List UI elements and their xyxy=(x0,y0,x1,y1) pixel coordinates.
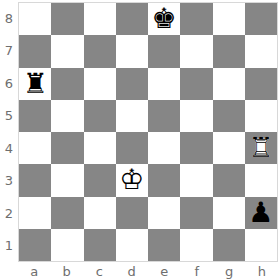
square-b5[interactable] xyxy=(51,100,83,132)
file-label-h: h xyxy=(246,262,279,280)
square-a5[interactable] xyxy=(19,100,51,132)
square-f8[interactable] xyxy=(180,3,212,35)
piece-glyph: ♟ xyxy=(248,196,273,229)
square-e3[interactable] xyxy=(148,164,180,196)
rank-label-3: 3 xyxy=(0,165,18,198)
square-c5[interactable] xyxy=(84,100,116,132)
square-a1[interactable] xyxy=(19,229,51,261)
square-h4[interactable]: ♜♖ xyxy=(245,132,277,164)
rank-label-1: 1 xyxy=(0,230,18,263)
square-d3[interactable]: ♚♔ xyxy=(116,164,148,196)
file-label-e: e xyxy=(148,262,181,280)
rank-label-4: 4 xyxy=(0,132,18,165)
square-b4[interactable] xyxy=(51,132,83,164)
piece-black-king: ♚ xyxy=(152,5,177,33)
file-label-c: c xyxy=(83,262,116,280)
square-a6[interactable]: ♜ xyxy=(19,68,51,100)
file-label-g: g xyxy=(213,262,246,280)
square-g6[interactable] xyxy=(213,68,245,100)
file-label-a: a xyxy=(18,262,51,280)
square-a4[interactable] xyxy=(19,132,51,164)
square-f7[interactable] xyxy=(180,35,212,67)
square-f5[interactable] xyxy=(180,100,212,132)
file-label-b: b xyxy=(51,262,84,280)
square-d5[interactable] xyxy=(116,100,148,132)
square-c3[interactable] xyxy=(84,164,116,196)
square-g8[interactable] xyxy=(213,3,245,35)
rank-label-5: 5 xyxy=(0,100,18,133)
square-d8[interactable] xyxy=(116,3,148,35)
square-h1[interactable] xyxy=(245,229,277,261)
square-c6[interactable] xyxy=(84,68,116,100)
square-d4[interactable] xyxy=(116,132,148,164)
square-d2[interactable] xyxy=(116,197,148,229)
square-g5[interactable] xyxy=(213,100,245,132)
piece-black-rook: ♜ xyxy=(23,70,48,98)
piece-glyph: ♜ xyxy=(23,67,48,100)
square-e2[interactable] xyxy=(148,197,180,229)
piece-black-pawn: ♟ xyxy=(248,199,273,227)
square-g1[interactable] xyxy=(213,229,245,261)
rank-label-7: 7 xyxy=(0,35,18,68)
square-g3[interactable] xyxy=(213,164,245,196)
square-e1[interactable] xyxy=(148,229,180,261)
square-c7[interactable] xyxy=(84,35,116,67)
square-e8[interactable]: ♚ xyxy=(148,3,180,35)
square-f1[interactable] xyxy=(180,229,212,261)
square-g4[interactable] xyxy=(213,132,245,164)
square-b6[interactable] xyxy=(51,68,83,100)
square-h6[interactable] xyxy=(245,68,277,100)
square-f2[interactable] xyxy=(180,197,212,229)
square-b3[interactable] xyxy=(51,164,83,196)
piece-white-rook: ♜♖ xyxy=(248,134,273,162)
chess-board: ♚♜♜♖♚♔♟ xyxy=(18,2,278,262)
square-b2[interactable] xyxy=(51,197,83,229)
square-d1[interactable] xyxy=(116,229,148,261)
file-labels: abcdefgh xyxy=(18,262,278,280)
square-c1[interactable] xyxy=(84,229,116,261)
square-b8[interactable] xyxy=(51,3,83,35)
square-a2[interactable] xyxy=(19,197,51,229)
square-c4[interactable] xyxy=(84,132,116,164)
square-g7[interactable] xyxy=(213,35,245,67)
rank-label-6: 6 xyxy=(0,67,18,100)
piece-white-king: ♚♔ xyxy=(119,166,144,194)
piece-glyph: ♖ xyxy=(248,131,273,164)
piece-glyph: ♚ xyxy=(152,2,177,35)
chess-board-diagram: 87654321 ♚♜♜♖♚♔♟ abcdefgh xyxy=(0,0,280,280)
rank-labels: 87654321 xyxy=(0,2,18,262)
rank-label-8: 8 xyxy=(0,2,18,35)
square-h2[interactable]: ♟ xyxy=(245,197,277,229)
square-b1[interactable] xyxy=(51,229,83,261)
file-label-d: d xyxy=(116,262,149,280)
square-h3[interactable] xyxy=(245,164,277,196)
square-e4[interactable] xyxy=(148,132,180,164)
square-h5[interactable] xyxy=(245,100,277,132)
square-d7[interactable] xyxy=(116,35,148,67)
square-e5[interactable] xyxy=(148,100,180,132)
square-f4[interactable] xyxy=(180,132,212,164)
square-c8[interactable] xyxy=(84,3,116,35)
square-h8[interactable] xyxy=(245,3,277,35)
square-b7[interactable] xyxy=(51,35,83,67)
square-g2[interactable] xyxy=(213,197,245,229)
square-c2[interactable] xyxy=(84,197,116,229)
square-a7[interactable] xyxy=(19,35,51,67)
square-f6[interactable] xyxy=(180,68,212,100)
square-f3[interactable] xyxy=(180,164,212,196)
file-label-f: f xyxy=(181,262,214,280)
square-a8[interactable] xyxy=(19,3,51,35)
square-e6[interactable] xyxy=(148,68,180,100)
square-a3[interactable] xyxy=(19,164,51,196)
square-e7[interactable] xyxy=(148,35,180,67)
square-d6[interactable] xyxy=(116,68,148,100)
piece-glyph: ♔ xyxy=(119,163,144,196)
rank-label-2: 2 xyxy=(0,197,18,230)
square-h7[interactable] xyxy=(245,35,277,67)
